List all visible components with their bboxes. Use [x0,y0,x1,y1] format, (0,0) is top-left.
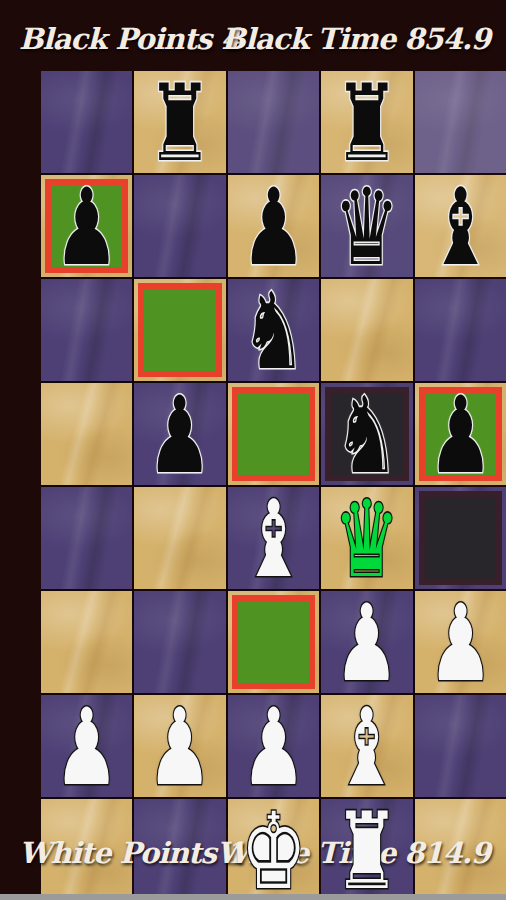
square-b3[interactable] [134,591,225,693]
square-c5[interactable] [228,383,319,485]
square-b2[interactable]: ♟ [134,695,225,797]
black-knight-piece: ♞ [334,383,400,489]
black-bishop-piece: ♝ [428,175,494,281]
square-c3[interactable] [228,591,319,693]
square-c1[interactable]: ♚ [228,799,319,900]
square-a4[interactable] [41,487,132,589]
square-d4[interactable]: ♛ [321,487,412,589]
square-e2[interactable] [415,695,506,797]
square-b8[interactable]: ♜ [134,71,225,173]
black-points-label: Black Points 4 [19,22,240,56]
white-bishop-piece: ♝ [241,487,307,593]
square-d1[interactable]: ♜ [321,799,412,900]
square-a2[interactable]: ♟ [41,695,132,797]
black-pawn-piece: ♟ [428,383,494,489]
white-pawn-piece: ♟ [241,695,307,801]
square-c6[interactable]: ♞ [228,279,319,381]
square-c8[interactable] [228,71,319,173]
white-pawn-piece: ♟ [147,695,213,801]
chess-board: ♜♜♚♟♟♛♝♟♟♟♞♟♞♟♝♝♛♟♟♞♟♟♟♝♟♟♚♜♜ [41,71,464,828]
move-highlight [232,595,315,689]
square-e3[interactable]: ♟ [415,591,506,693]
white-pawn-piece: ♟ [334,591,400,697]
square-c4[interactable]: ♝ [228,487,319,589]
square-e6[interactable] [415,279,506,381]
white-points-label: White Points 1 [19,836,244,870]
move-highlight [138,283,221,377]
lighting-tint [228,71,319,173]
white-rook-piece: ♜ [334,799,400,900]
square-a5[interactable] [41,383,132,485]
square-d8[interactable]: ♜ [321,71,412,173]
square-a3[interactable] [41,591,132,693]
square-b7[interactable] [134,175,225,277]
square-b5[interactable]: ♟ [134,383,225,485]
square-d7[interactable]: ♛ [321,175,412,277]
white-king-piece: ♚ [241,799,307,900]
white-pawn-piece: ♟ [428,591,494,697]
square-a8[interactable] [41,71,132,173]
square-d5[interactable]: ♞ [321,383,412,485]
white-bishop-piece: ♝ [334,695,400,801]
square-e5[interactable]: ♟ [415,383,506,485]
square-e8[interactable] [415,71,506,173]
black-knight-piece: ♞ [241,279,307,385]
black-time-label: Black Time 854.9 [221,22,490,56]
square-a6[interactable] [41,279,132,381]
black-pawn-piece: ♟ [147,383,213,489]
black-queen-piece: ♛ [334,175,400,281]
black-rook-piece: ♜ [147,71,213,177]
green-queen-piece: ♛ [334,487,400,593]
move-highlight [232,387,315,481]
black-rook-piece: ♜ [334,71,400,177]
square-d3[interactable]: ♟ [321,591,412,693]
square-e7[interactable]: ♝ [415,175,506,277]
square-b4[interactable] [134,487,225,589]
square-b6[interactable] [134,279,225,381]
square-c2[interactable]: ♟ [228,695,319,797]
square-d6[interactable] [321,279,412,381]
square-a7[interactable]: ♟ [41,175,132,277]
black-pawn-piece: ♟ [241,175,307,281]
lighting-tint [415,71,506,173]
square-e4[interactable] [415,487,506,589]
square-d2[interactable]: ♝ [321,695,412,797]
black-pawn-piece: ♟ [54,175,120,281]
square-c7[interactable]: ♟ [228,175,319,277]
dim-highlight [419,491,502,585]
white-pawn-piece: ♟ [54,695,120,801]
